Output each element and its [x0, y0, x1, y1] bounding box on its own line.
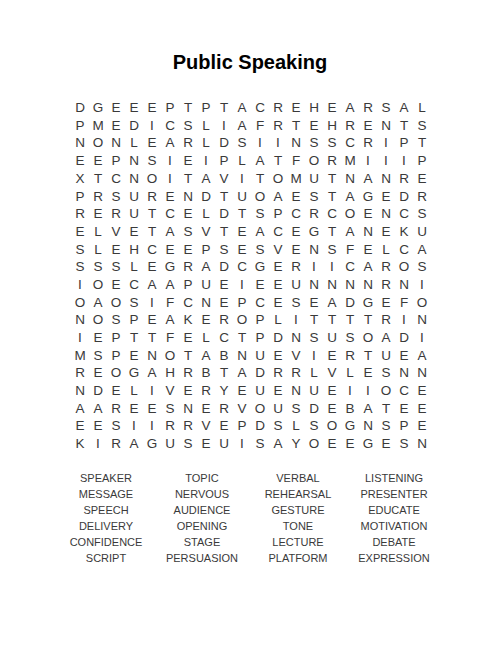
grid-cell[interactable]: R [377, 276, 395, 294]
grid-cell[interactable]: I [143, 294, 161, 312]
grid-cell[interactable]: E [269, 276, 287, 294]
grid-cell[interactable]: E [179, 205, 197, 223]
grid-cell[interactable]: N [341, 276, 359, 294]
grid-cell[interactable]: R [89, 187, 107, 205]
grid-cell[interactable]: A [359, 258, 377, 276]
grid-cell[interactable]: S [215, 241, 233, 259]
grid-cell[interactable]: U [215, 435, 233, 453]
grid-cell[interactable]: E [89, 364, 107, 382]
grid-cell[interactable]: E [125, 223, 143, 241]
grid-cell[interactable]: A [269, 187, 287, 205]
grid-cell[interactable]: S [179, 117, 197, 135]
grid-cell[interactable]: F [251, 117, 269, 135]
grid-cell[interactable]: A [161, 223, 179, 241]
grid-cell[interactable]: A [161, 311, 179, 329]
grid-cell[interactable]: I [413, 276, 431, 294]
grid-cell[interactable]: E [161, 241, 179, 259]
grid-cell[interactable]: S [233, 134, 251, 152]
grid-cell[interactable]: P [395, 134, 413, 152]
grid-cell[interactable]: P [251, 329, 269, 347]
grid-cell[interactable]: R [179, 417, 197, 435]
grid-cell[interactable]: I [125, 417, 143, 435]
grid-cell[interactable]: O [395, 258, 413, 276]
grid-cell[interactable]: R [413, 187, 431, 205]
grid-cell[interactable]: S [107, 258, 125, 276]
grid-cell[interactable]: P [179, 276, 197, 294]
grid-cell[interactable]: D [251, 364, 269, 382]
grid-cell[interactable]: L [377, 241, 395, 259]
grid-cell[interactable]: E [197, 400, 215, 418]
grid-cell[interactable]: E [89, 329, 107, 347]
grid-cell[interactable]: N [71, 311, 89, 329]
grid-cell[interactable]: S [305, 417, 323, 435]
grid-cell[interactable]: F [161, 329, 179, 347]
grid-cell[interactable]: P [233, 294, 251, 312]
grid-cell[interactable]: E [251, 276, 269, 294]
grid-cell[interactable]: C [287, 205, 305, 223]
grid-cell[interactable]: D [341, 294, 359, 312]
grid-cell[interactable]: S [71, 258, 89, 276]
grid-cell[interactable]: N [323, 276, 341, 294]
grid-cell[interactable]: R [143, 187, 161, 205]
grid-cell[interactable]: E [179, 241, 197, 259]
grid-cell[interactable]: E [287, 187, 305, 205]
grid-cell[interactable]: N [287, 329, 305, 347]
grid-cell[interactable]: O [107, 364, 125, 382]
grid-cell[interactable]: I [341, 382, 359, 400]
grid-cell[interactable]: E [71, 223, 89, 241]
grid-cell[interactable]: A [197, 170, 215, 188]
grid-cell[interactable]: A [251, 223, 269, 241]
grid-cell[interactable]: U [377, 347, 395, 365]
grid-cell[interactable]: N [305, 276, 323, 294]
grid-cell[interactable]: T [233, 205, 251, 223]
grid-cell[interactable]: E [413, 417, 431, 435]
grid-cell[interactable]: P [251, 311, 269, 329]
grid-cell[interactable]: T [143, 329, 161, 347]
grid-cell[interactable]: N [377, 205, 395, 223]
grid-cell[interactable]: S [107, 417, 125, 435]
grid-cell[interactable]: E [233, 241, 251, 259]
grid-cell[interactable]: U [233, 187, 251, 205]
grid-cell[interactable]: E [287, 99, 305, 117]
grid-cell[interactable]: E [413, 382, 431, 400]
grid-cell[interactable]: C [233, 258, 251, 276]
grid-cell[interactable]: O [413, 294, 431, 312]
grid-cell[interactable]: R [341, 117, 359, 135]
grid-cell[interactable]: E [395, 400, 413, 418]
grid-cell[interactable]: V [287, 347, 305, 365]
grid-cell[interactable]: T [215, 187, 233, 205]
grid-cell[interactable]: C [107, 170, 125, 188]
grid-cell[interactable]: E [359, 241, 377, 259]
grid-cell[interactable]: L [413, 99, 431, 117]
grid-cell[interactable]: T [269, 152, 287, 170]
grid-cell[interactable]: S [89, 258, 107, 276]
grid-cell[interactable]: N [413, 435, 431, 453]
grid-cell[interactable]: C [161, 117, 179, 135]
grid-cell[interactable]: S [161, 400, 179, 418]
grid-cell[interactable]: G [125, 364, 143, 382]
grid-cell[interactable]: N [305, 241, 323, 259]
grid-cell[interactable]: E [143, 400, 161, 418]
grid-cell[interactable]: I [359, 382, 377, 400]
grid-cell[interactable]: T [179, 347, 197, 365]
grid-cell[interactable]: K [179, 311, 197, 329]
grid-cell[interactable]: C [179, 294, 197, 312]
grid-cell[interactable]: O [89, 276, 107, 294]
grid-cell[interactable]: R [269, 364, 287, 382]
grid-cell[interactable]: I [71, 329, 89, 347]
grid-cell[interactable]: E [107, 382, 125, 400]
grid-cell[interactable]: N [197, 294, 215, 312]
grid-cell[interactable]: U [125, 205, 143, 223]
grid-cell[interactable]: A [161, 276, 179, 294]
grid-cell[interactable]: E [269, 347, 287, 365]
grid-cell[interactable]: H [161, 364, 179, 382]
grid-cell[interactable]: E [143, 258, 161, 276]
grid-cell[interactable]: O [143, 170, 161, 188]
grid-cell[interactable]: C [251, 294, 269, 312]
grid-cell[interactable]: E [179, 329, 197, 347]
grid-cell[interactable]: T [359, 347, 377, 365]
grid-cell[interactable]: R [161, 417, 179, 435]
grid-cell[interactable]: I [215, 117, 233, 135]
grid-cell[interactable]: E [197, 311, 215, 329]
grid-cell[interactable]: G [305, 223, 323, 241]
grid-cell[interactable]: M [287, 170, 305, 188]
grid-cell[interactable]: S [251, 435, 269, 453]
grid-cell[interactable]: I [71, 276, 89, 294]
grid-cell[interactable]: E [377, 223, 395, 241]
grid-cell[interactable]: S [341, 329, 359, 347]
grid-cell[interactable]: O [377, 382, 395, 400]
grid-cell[interactable]: V [233, 400, 251, 418]
grid-cell[interactable]: G [359, 435, 377, 453]
grid-cell[interactable]: B [215, 347, 233, 365]
grid-cell[interactable]: P [215, 152, 233, 170]
grid-cell[interactable]: T [323, 223, 341, 241]
grid-cell[interactable]: S [323, 134, 341, 152]
grid-cell[interactable]: O [341, 205, 359, 223]
grid-cell[interactable]: V [215, 170, 233, 188]
grid-cell[interactable]: V [107, 223, 125, 241]
grid-cell[interactable]: N [233, 347, 251, 365]
grid-cell[interactable]: E [413, 170, 431, 188]
grid-cell[interactable]: A [377, 329, 395, 347]
grid-cell[interactable]: N [287, 382, 305, 400]
grid-cell[interactable]: S [251, 241, 269, 259]
grid-cell[interactable]: E [197, 435, 215, 453]
grid-cell[interactable]: R [269, 117, 287, 135]
grid-cell[interactable]: T [179, 99, 197, 117]
grid-cell[interactable]: V [161, 382, 179, 400]
grid-cell[interactable]: P [125, 311, 143, 329]
grid-cell[interactable]: A [341, 99, 359, 117]
grid-cell[interactable]: N [413, 311, 431, 329]
grid-cell[interactable]: O [89, 311, 107, 329]
grid-cell[interactable]: E [233, 223, 251, 241]
grid-cell[interactable]: N [143, 347, 161, 365]
grid-cell[interactable]: C [395, 205, 413, 223]
grid-cell[interactable]: D [305, 400, 323, 418]
grid-cell[interactable]: B [197, 364, 215, 382]
grid-cell[interactable]: A [251, 152, 269, 170]
grid-cell[interactable]: E [323, 99, 341, 117]
grid-cell[interactable]: R [179, 364, 197, 382]
grid-cell[interactable]: T [323, 170, 341, 188]
grid-cell[interactable]: A [413, 347, 431, 365]
grid-cell[interactable]: S [287, 400, 305, 418]
grid-cell[interactable]: I [233, 435, 251, 453]
grid-cell[interactable]: T [341, 311, 359, 329]
grid-cell[interactable]: I [377, 134, 395, 152]
grid-cell[interactable]: Y [287, 435, 305, 453]
grid-cell[interactable]: R [197, 382, 215, 400]
grid-cell[interactable]: R [377, 258, 395, 276]
grid-cell[interactable]: E [107, 241, 125, 259]
grid-cell[interactable]: S [107, 311, 125, 329]
grid-cell[interactable]: P [107, 329, 125, 347]
grid-cell[interactable]: V [269, 241, 287, 259]
grid-cell[interactable]: O [305, 152, 323, 170]
grid-cell[interactable]: G [143, 435, 161, 453]
grid-cell[interactable]: P [197, 99, 215, 117]
grid-cell[interactable]: I [395, 311, 413, 329]
grid-cell[interactable]: G [161, 258, 179, 276]
grid-cell[interactable]: L [269, 311, 287, 329]
grid-cell[interactable]: A [341, 223, 359, 241]
grid-cell[interactable]: O [107, 294, 125, 312]
grid-cell[interactable]: T [413, 134, 431, 152]
grid-cell[interactable]: N [287, 134, 305, 152]
grid-cell[interactable]: E [71, 417, 89, 435]
grid-cell[interactable]: T [323, 187, 341, 205]
grid-cell[interactable]: A [233, 99, 251, 117]
grid-cell[interactable]: B [341, 400, 359, 418]
grid-cell[interactable]: F [395, 294, 413, 312]
grid-cell[interactable]: S [413, 258, 431, 276]
grid-cell[interactable]: D [269, 329, 287, 347]
grid-cell[interactable]: L [125, 258, 143, 276]
grid-cell[interactable]: E [179, 382, 197, 400]
grid-cell[interactable]: N [71, 134, 89, 152]
grid-cell[interactable]: E [323, 382, 341, 400]
grid-cell[interactable]: R [359, 134, 377, 152]
grid-cell[interactable]: U [269, 400, 287, 418]
grid-cell[interactable]: P [107, 347, 125, 365]
grid-cell[interactable]: T [287, 117, 305, 135]
grid-cell[interactable]: N [179, 400, 197, 418]
grid-cell[interactable]: T [323, 311, 341, 329]
grid-cell[interactable]: C [161, 205, 179, 223]
grid-cell[interactable]: A [233, 364, 251, 382]
grid-cell[interactable]: R [323, 152, 341, 170]
grid-cell[interactable]: T [89, 170, 107, 188]
grid-cell[interactable]: N [377, 170, 395, 188]
grid-cell[interactable]: N [377, 117, 395, 135]
grid-cell[interactable]: A [359, 170, 377, 188]
grid-cell[interactable]: E [377, 435, 395, 453]
grid-cell[interactable]: E [143, 99, 161, 117]
grid-cell[interactable]: N [359, 276, 377, 294]
grid-cell[interactable]: R [215, 400, 233, 418]
grid-cell[interactable]: U [305, 382, 323, 400]
grid-cell[interactable]: E [107, 276, 125, 294]
grid-cell[interactable]: A [395, 99, 413, 117]
grid-cell[interactable]: C [323, 205, 341, 223]
grid-cell[interactable]: P [107, 152, 125, 170]
grid-cell[interactable]: L [341, 364, 359, 382]
grid-cell[interactable]: E [107, 99, 125, 117]
grid-cell[interactable]: R [215, 311, 233, 329]
grid-cell[interactable]: E [359, 205, 377, 223]
grid-cell[interactable]: S [377, 417, 395, 435]
grid-cell[interactable]: D [395, 187, 413, 205]
grid-cell[interactable]: R [179, 258, 197, 276]
grid-cell[interactable]: E [125, 99, 143, 117]
grid-cell[interactable]: C [251, 99, 269, 117]
grid-cell[interactable]: P [413, 152, 431, 170]
grid-cell[interactable]: R [179, 134, 197, 152]
grid-cell[interactable]: S [251, 205, 269, 223]
grid-cell[interactable]: I [305, 347, 323, 365]
grid-cell[interactable]: U [323, 329, 341, 347]
grid-cell[interactable]: H [125, 241, 143, 259]
grid-cell[interactable]: N [359, 417, 377, 435]
grid-cell[interactable]: S [89, 347, 107, 365]
grid-cell[interactable]: C [269, 223, 287, 241]
grid-cell[interactable]: P [71, 117, 89, 135]
grid-cell[interactable]: A [125, 435, 143, 453]
grid-cell[interactable]: C [125, 276, 143, 294]
grid-cell[interactable]: D [197, 187, 215, 205]
grid-cell[interactable]: I [161, 170, 179, 188]
grid-cell[interactable]: R [287, 258, 305, 276]
grid-cell[interactable]: U [125, 187, 143, 205]
grid-cell[interactable]: A [143, 276, 161, 294]
grid-cell[interactable]: E [179, 152, 197, 170]
grid-cell[interactable]: R [305, 205, 323, 223]
grid-cell[interactable]: E [269, 258, 287, 276]
grid-cell[interactable]: K [395, 223, 413, 241]
grid-cell[interactable]: A [143, 364, 161, 382]
grid-cell[interactable]: G [359, 187, 377, 205]
grid-cell[interactable]: A [89, 400, 107, 418]
grid-cell[interactable]: T [305, 311, 323, 329]
grid-cell[interactable]: I [197, 152, 215, 170]
grid-cell[interactable]: X [71, 170, 89, 188]
grid-cell[interactable]: R [107, 205, 125, 223]
grid-cell[interactable]: T [395, 117, 413, 135]
grid-cell[interactable]: A [233, 117, 251, 135]
grid-cell[interactable]: S [305, 134, 323, 152]
grid-cell[interactable]: I [143, 117, 161, 135]
grid-cell[interactable]: U [251, 347, 269, 365]
grid-cell[interactable]: E [233, 382, 251, 400]
grid-cell[interactable]: E [125, 347, 143, 365]
grid-cell[interactable]: C [143, 241, 161, 259]
grid-cell[interactable]: A [413, 241, 431, 259]
grid-cell[interactable]: L [197, 205, 215, 223]
grid-cell[interactable]: N [125, 170, 143, 188]
grid-cell[interactable]: V [197, 223, 215, 241]
grid-cell[interactable]: A [197, 258, 215, 276]
grid-cell[interactable]: E [107, 117, 125, 135]
grid-cell[interactable]: N [395, 364, 413, 382]
grid-cell[interactable]: P [395, 417, 413, 435]
grid-cell[interactable]: E [143, 311, 161, 329]
grid-cell[interactable]: O [251, 400, 269, 418]
grid-cell[interactable]: I [161, 152, 179, 170]
grid-cell[interactable]: D [89, 382, 107, 400]
grid-cell[interactable]: V [197, 417, 215, 435]
grid-cell[interactable]: I [323, 258, 341, 276]
grid-cell[interactable]: A [71, 400, 89, 418]
grid-cell[interactable]: I [143, 417, 161, 435]
grid-cell[interactable]: O [359, 329, 377, 347]
grid-cell[interactable]: T [143, 223, 161, 241]
grid-cell[interactable]: L [233, 152, 251, 170]
grid-cell[interactable]: S [179, 435, 197, 453]
grid-cell[interactable]: C [341, 258, 359, 276]
grid-cell[interactable]: T [143, 205, 161, 223]
grid-cell[interactable]: I [251, 134, 269, 152]
grid-cell[interactable]: L [125, 134, 143, 152]
grid-cell[interactable]: U [161, 435, 179, 453]
grid-cell[interactable]: T [215, 223, 233, 241]
grid-cell[interactable]: S [179, 223, 197, 241]
grid-cell[interactable]: T [251, 170, 269, 188]
grid-cell[interactable]: I [305, 258, 323, 276]
grid-cell[interactable]: R [107, 400, 125, 418]
grid-cell[interactable]: L [287, 417, 305, 435]
grid-cell[interactable]: N [395, 276, 413, 294]
grid-cell[interactable]: R [269, 99, 287, 117]
grid-cell[interactable]: S [305, 329, 323, 347]
grid-cell[interactable]: G [251, 258, 269, 276]
grid-cell[interactable]: E [341, 435, 359, 453]
grid-cell[interactable]: I [89, 435, 107, 453]
grid-cell[interactable]: L [197, 134, 215, 152]
grid-cell[interactable]: T [179, 170, 197, 188]
grid-cell[interactable]: I [395, 152, 413, 170]
grid-cell[interactable]: D [215, 134, 233, 152]
grid-cell[interactable]: T [233, 329, 251, 347]
grid-cell[interactable]: F [287, 152, 305, 170]
grid-cell[interactable]: F [161, 294, 179, 312]
grid-cell[interactable]: K [71, 435, 89, 453]
grid-cell[interactable]: E [71, 152, 89, 170]
grid-cell[interactable]: O [323, 417, 341, 435]
grid-cell[interactable]: I [287, 311, 305, 329]
grid-cell[interactable]: D [125, 117, 143, 135]
grid-cell[interactable]: P [197, 241, 215, 259]
grid-cell[interactable]: O [71, 294, 89, 312]
grid-cell[interactable]: H [323, 117, 341, 135]
grid-cell[interactable]: C [215, 329, 233, 347]
grid-cell[interactable]: P [71, 187, 89, 205]
grid-cell[interactable]: L [89, 223, 107, 241]
grid-cell[interactable]: G [89, 99, 107, 117]
grid-cell[interactable]: O [233, 311, 251, 329]
grid-cell[interactable]: Y [215, 382, 233, 400]
grid-cell[interactable]: L [197, 329, 215, 347]
grid-cell[interactable]: M [341, 152, 359, 170]
grid-cell[interactable]: I [233, 170, 251, 188]
grid-cell[interactable]: I [359, 152, 377, 170]
grid-cell[interactable]: I [143, 382, 161, 400]
